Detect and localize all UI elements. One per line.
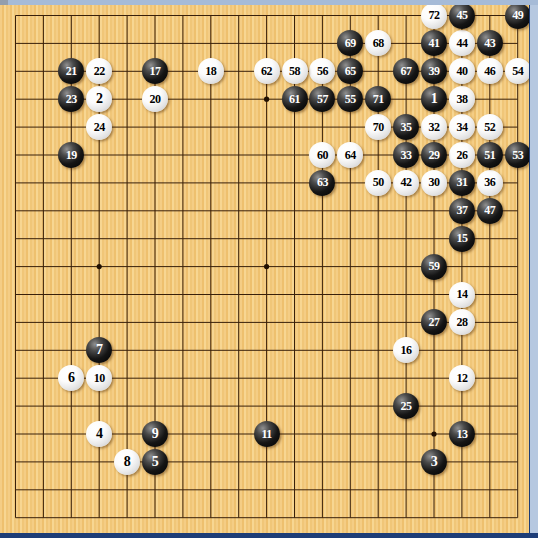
stone-white-36: 36 <box>477 170 503 196</box>
move-number: 38 <box>456 91 467 106</box>
stone-white-32: 32 <box>421 114 447 140</box>
stone-white-50: 50 <box>365 170 391 196</box>
move-number: 14 <box>456 287 467 302</box>
move-number: 7 <box>96 342 103 358</box>
move-number: 57 <box>317 91 328 106</box>
stone-black-35: 35 <box>393 114 419 140</box>
go-app-window: 1234567891011121314151617181920212223242… <box>0 0 538 538</box>
stone-white-52: 52 <box>477 114 503 140</box>
move-number: 33 <box>401 147 412 162</box>
move-number: 55 <box>345 91 356 106</box>
move-number: 22 <box>94 63 105 78</box>
move-number: 71 <box>373 91 384 106</box>
move-number: 6 <box>68 370 75 386</box>
move-number: 43 <box>484 35 495 50</box>
move-number: 54 <box>512 63 523 78</box>
window-bottom-border <box>0 533 538 538</box>
move-number: 26 <box>456 147 467 162</box>
stone-white-14: 14 <box>449 282 475 308</box>
stone-black-43: 43 <box>477 30 503 56</box>
stone-black-5: 5 <box>142 449 168 475</box>
move-number: 1 <box>431 91 438 107</box>
move-number: 16 <box>401 342 412 357</box>
window-right-border <box>529 5 538 533</box>
stone-white-40: 40 <box>449 58 475 84</box>
move-number: 21 <box>66 63 77 78</box>
move-number: 58 <box>289 63 300 78</box>
move-number: 42 <box>401 175 412 190</box>
star-point <box>97 264 102 269</box>
stone-black-25: 25 <box>393 393 419 419</box>
stone-black-11: 11 <box>254 421 280 447</box>
stone-black-29: 29 <box>421 142 447 168</box>
move-number: 68 <box>373 35 384 50</box>
window-top-border <box>0 0 538 5</box>
move-number: 53 <box>512 147 523 162</box>
move-number: 23 <box>66 91 77 106</box>
move-number: 41 <box>429 35 440 50</box>
move-number: 10 <box>94 370 105 385</box>
move-number: 44 <box>456 35 467 50</box>
move-number: 32 <box>429 119 440 134</box>
move-number: 69 <box>345 35 356 50</box>
stone-white-4: 4 <box>86 421 112 447</box>
move-number: 61 <box>289 91 300 106</box>
move-number: 39 <box>429 63 440 78</box>
stone-white-26: 26 <box>449 142 475 168</box>
move-number: 64 <box>345 147 356 162</box>
move-number: 19 <box>66 147 77 162</box>
move-number: 13 <box>456 426 467 441</box>
move-number: 5 <box>152 453 159 469</box>
star-point <box>264 264 269 269</box>
move-number: 34 <box>456 119 467 134</box>
move-number: 11 <box>261 426 271 441</box>
stone-black-45: 45 <box>449 3 475 29</box>
move-number: 59 <box>429 259 440 274</box>
stone-black-61: 61 <box>282 86 308 112</box>
move-number: 37 <box>456 203 467 218</box>
move-number: 31 <box>456 175 467 190</box>
move-number: 47 <box>484 203 495 218</box>
stone-black-47: 47 <box>477 198 503 224</box>
move-number: 28 <box>456 314 467 329</box>
star-point <box>264 97 269 102</box>
move-number: 2 <box>96 91 103 107</box>
stone-black-13: 13 <box>449 421 475 447</box>
stone-black-37: 37 <box>449 198 475 224</box>
move-number: 25 <box>401 398 412 413</box>
window-top-corner <box>0 0 8 5</box>
stone-black-31: 31 <box>449 170 475 196</box>
stone-white-62: 62 <box>254 58 280 84</box>
stone-black-1: 1 <box>421 86 447 112</box>
move-number: 51 <box>484 147 495 162</box>
move-number: 49 <box>512 8 523 23</box>
stone-white-18: 18 <box>198 58 224 84</box>
move-number: 30 <box>429 175 440 190</box>
stone-black-9: 9 <box>142 421 168 447</box>
move-number: 46 <box>484 63 495 78</box>
stone-white-46: 46 <box>477 58 503 84</box>
stone-white-8: 8 <box>114 449 140 475</box>
move-number: 52 <box>484 119 495 134</box>
stone-black-3: 3 <box>421 449 447 475</box>
move-number: 36 <box>484 175 495 190</box>
move-number: 62 <box>261 63 272 78</box>
stone-white-38: 38 <box>449 86 475 112</box>
move-number: 9 <box>152 426 159 442</box>
stone-black-51: 51 <box>477 142 503 168</box>
move-number: 60 <box>317 147 328 162</box>
move-number: 15 <box>456 231 467 246</box>
move-number: 18 <box>205 63 216 78</box>
move-number: 50 <box>373 175 384 190</box>
move-number: 17 <box>150 63 161 78</box>
stone-black-53: 53 <box>505 142 531 168</box>
stone-white-58: 58 <box>282 58 308 84</box>
move-number: 20 <box>150 91 161 106</box>
move-number: 8 <box>124 453 131 469</box>
stone-white-72: 72 <box>421 3 447 29</box>
stone-white-20: 20 <box>142 86 168 112</box>
stone-white-30: 30 <box>421 170 447 196</box>
stone-black-49: 49 <box>505 3 531 29</box>
move-number: 4 <box>96 426 103 442</box>
stone-black-59: 59 <box>421 254 447 280</box>
move-number: 29 <box>429 147 440 162</box>
star-point <box>431 431 436 436</box>
move-number: 70 <box>373 119 384 134</box>
move-number: 72 <box>429 8 440 23</box>
move-number: 35 <box>401 119 412 134</box>
stone-white-42: 42 <box>393 170 419 196</box>
stone-black-15: 15 <box>449 226 475 252</box>
stone-black-33: 33 <box>393 142 419 168</box>
move-number: 65 <box>345 63 356 78</box>
move-number: 24 <box>94 119 105 134</box>
stone-white-34: 34 <box>449 114 475 140</box>
move-number: 27 <box>429 314 440 329</box>
move-number: 67 <box>401 63 412 78</box>
move-number: 40 <box>456 63 467 78</box>
move-number: 56 <box>317 63 328 78</box>
stone-white-54: 54 <box>505 58 531 84</box>
move-number: 45 <box>456 8 467 23</box>
move-number: 63 <box>317 175 328 190</box>
move-number: 3 <box>431 453 438 469</box>
stone-white-12: 12 <box>449 365 475 391</box>
move-number: 12 <box>456 370 467 385</box>
